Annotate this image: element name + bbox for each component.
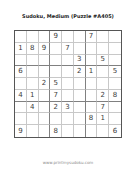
- cell-r7c8: 7: [97, 102, 109, 114]
- cell-r1c8: [97, 31, 109, 43]
- cell-r5c2: [27, 78, 39, 90]
- cell-r9c5: [62, 125, 74, 137]
- cell-r6c5: [62, 90, 74, 102]
- cell-r8c6: [74, 113, 86, 125]
- cell-r1c6: [74, 31, 86, 43]
- cell-r4c4: [50, 66, 62, 78]
- cell-r2c7: [86, 43, 98, 55]
- cell-r8c8: 1: [97, 113, 109, 125]
- cell-r4c5: [62, 66, 74, 78]
- footer-url: www.printmysudoku.com: [0, 160, 136, 165]
- cell-r2c3: 9: [39, 43, 51, 55]
- sudoku-sheet: Sudoku, Medium (Puzzle #A405) 9718973562…: [0, 0, 136, 176]
- cell-r3c2: [27, 55, 39, 67]
- cell-r9c9: 6: [109, 125, 121, 137]
- cell-r6c1: 4: [15, 90, 27, 102]
- cell-r1c5: [62, 31, 74, 43]
- cell-r8c5: [62, 113, 74, 125]
- cell-r9c2: [27, 125, 39, 137]
- cell-r1c9: [109, 31, 121, 43]
- cell-r9c4: 8: [50, 125, 62, 137]
- cell-r1c2: [27, 31, 39, 43]
- cell-r3c5: [62, 55, 74, 67]
- cell-r8c4: [50, 113, 62, 125]
- page-title: Sudoku, Medium (Puzzle #A405): [0, 13, 136, 19]
- cell-r2c8: [97, 43, 109, 55]
- cell-r9c7: [86, 125, 98, 137]
- cell-r4c7: 1: [86, 66, 98, 78]
- cell-r3c7: [86, 55, 98, 67]
- cell-r6c6: [74, 90, 86, 102]
- cell-r7c3: [39, 102, 51, 114]
- cell-r7c5: 3: [62, 102, 74, 114]
- cell-r2c2: 8: [27, 43, 39, 55]
- cell-r6c2: 1: [27, 90, 39, 102]
- cell-r5c8: [97, 78, 109, 90]
- cell-r7c4: 2: [50, 102, 62, 114]
- cell-r3c9: [109, 55, 121, 67]
- cell-r2c9: [109, 43, 121, 55]
- cell-r4c9: 5: [109, 66, 121, 78]
- cell-r7c2: 4: [27, 102, 39, 114]
- cell-r9c3: [39, 125, 51, 137]
- cell-r2c6: [74, 43, 86, 55]
- cell-r5c6: [74, 78, 86, 90]
- cell-r8c7: 8: [86, 113, 98, 125]
- cell-r2c5: 7: [62, 43, 74, 55]
- cell-r4c6: 2: [74, 66, 86, 78]
- cell-r7c1: [15, 102, 27, 114]
- cell-r8c2: [27, 113, 39, 125]
- cell-r3c8: 5: [97, 55, 109, 67]
- cell-r4c1: 6: [15, 66, 27, 78]
- cell-r5c3: 2: [39, 78, 51, 90]
- cell-r7c6: [74, 102, 86, 114]
- cell-r1c7: 7: [86, 31, 98, 43]
- cell-r9c6: [74, 125, 86, 137]
- cell-r5c7: [86, 78, 98, 90]
- cell-r6c9: 8: [109, 90, 121, 102]
- cell-r4c2: [27, 66, 39, 78]
- cell-r1c3: [39, 31, 51, 43]
- cell-r5c9: [109, 78, 121, 90]
- sudoku-grid: 9718973562152541728423781986: [14, 30, 122, 138]
- cell-r6c4: 7: [50, 90, 62, 102]
- cell-r3c1: [15, 55, 27, 67]
- cell-r2c4: [50, 43, 62, 55]
- cell-r1c4: 9: [50, 31, 62, 43]
- cell-r4c3: [39, 66, 51, 78]
- cell-r8c3: [39, 113, 51, 125]
- cell-r6c3: [39, 90, 51, 102]
- cell-r2c1: 1: [15, 43, 27, 55]
- cell-r1c1: [15, 31, 27, 43]
- cell-r9c8: [97, 125, 109, 137]
- cell-r6c8: 2: [97, 90, 109, 102]
- cell-r8c9: [109, 113, 121, 125]
- cell-r3c4: [50, 55, 62, 67]
- cell-r7c9: [109, 102, 121, 114]
- cell-r3c3: [39, 55, 51, 67]
- cell-r5c1: [15, 78, 27, 90]
- cell-r3c6: 3: [74, 55, 86, 67]
- cell-r7c7: [86, 102, 98, 114]
- cell-r5c4: 5: [50, 78, 62, 90]
- cell-r6c7: [86, 90, 98, 102]
- cell-r5c5: [62, 78, 74, 90]
- cell-r4c8: [97, 66, 109, 78]
- cell-r9c1: 9: [15, 125, 27, 137]
- cell-r8c1: [15, 113, 27, 125]
